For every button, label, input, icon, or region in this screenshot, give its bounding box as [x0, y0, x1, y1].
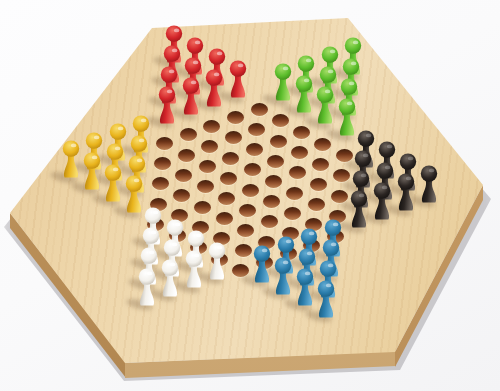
hole[interactable] [331, 190, 348, 203]
hole[interactable] [203, 120, 220, 133]
hole[interactable] [251, 103, 268, 116]
hole[interactable] [261, 215, 278, 228]
hole[interactable] [178, 149, 195, 162]
hole[interactable] [216, 212, 233, 225]
hole[interactable] [220, 172, 237, 185]
peg-black[interactable] [417, 165, 441, 205]
hole[interactable] [333, 169, 350, 182]
peg-blue[interactable] [314, 280, 338, 320]
hole[interactable] [242, 184, 259, 197]
hole[interactable] [180, 128, 197, 141]
hole[interactable] [225, 131, 242, 144]
hole[interactable] [308, 198, 325, 211]
hole[interactable] [246, 143, 263, 156]
hole[interactable] [314, 138, 331, 151]
hole[interactable] [152, 177, 169, 190]
hole[interactable] [248, 123, 265, 136]
peg-red[interactable] [202, 69, 226, 109]
hole[interactable] [237, 224, 254, 237]
hole[interactable] [272, 114, 289, 127]
hole[interactable] [244, 163, 261, 176]
chinese-checkers-photo [0, 0, 500, 391]
peg-red[interactable] [155, 86, 179, 126]
hole[interactable] [156, 137, 173, 150]
peg-white[interactable] [205, 242, 229, 282]
peg-white[interactable] [158, 259, 182, 299]
hole[interactable] [289, 166, 306, 179]
hole[interactable] [239, 204, 256, 217]
hole[interactable] [218, 192, 235, 205]
hole[interactable] [175, 169, 192, 182]
peg-black[interactable] [347, 190, 371, 230]
peg-red[interactable] [179, 77, 203, 117]
peg-red[interactable] [226, 60, 250, 100]
peg-white[interactable] [182, 250, 206, 290]
hole[interactable] [201, 140, 218, 153]
hole[interactable] [227, 111, 244, 124]
hole[interactable] [284, 207, 301, 220]
hole[interactable] [286, 187, 303, 200]
hole[interactable] [173, 189, 190, 202]
hole[interactable] [154, 157, 171, 170]
hole[interactable] [197, 180, 214, 193]
hole[interactable] [199, 160, 216, 173]
peg-black[interactable] [394, 173, 418, 213]
hole[interactable] [194, 201, 211, 214]
hole[interactable] [222, 152, 239, 165]
hole[interactable] [293, 126, 310, 139]
hole[interactable] [291, 146, 308, 159]
hole[interactable] [267, 155, 284, 168]
hole[interactable] [235, 244, 252, 257]
hole[interactable] [312, 158, 329, 171]
holes-and-pegs-layer [0, 0, 500, 391]
hole[interactable] [263, 195, 280, 208]
hole[interactable] [265, 175, 282, 188]
peg-black[interactable] [370, 182, 394, 222]
hole[interactable] [270, 135, 287, 148]
peg-white[interactable] [135, 268, 159, 308]
hole[interactable] [310, 178, 327, 191]
